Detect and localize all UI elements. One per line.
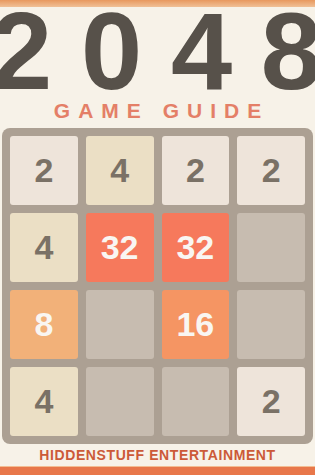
tile-32: 32 [162, 213, 230, 282]
tile-4: 4 [86, 136, 154, 205]
empty-cell [162, 367, 230, 436]
publisher-name: HIDDENSTUFF ENTERTAINMENT [0, 446, 315, 464]
tile-2: 2 [237, 136, 305, 205]
empty-cell [86, 367, 154, 436]
board-grid: 24224323281642 [2, 128, 313, 444]
title-digit: 4 [171, 0, 232, 106]
title-digit: 8 [261, 0, 315, 106]
tile-4: 4 [10, 213, 78, 282]
cover-subtitle: GAME GUIDE [0, 99, 315, 123]
empty-cell [86, 290, 154, 359]
title-digit: 0 [81, 0, 142, 106]
tile-2: 2 [10, 136, 78, 205]
bottom-accent-bar [0, 466, 315, 475]
tile-32: 32 [86, 213, 154, 282]
tile-16: 16 [162, 290, 230, 359]
tile-2: 2 [162, 136, 230, 205]
title-digit: 2 [0, 0, 52, 106]
empty-cell [237, 213, 305, 282]
cover-title: 2048 [0, 0, 315, 106]
tile-2: 2 [237, 367, 305, 436]
empty-cell [237, 290, 305, 359]
tile-8: 8 [10, 290, 78, 359]
tile-4: 4 [10, 367, 78, 436]
book-cover: 2048 GAME GUIDE 24224323281642 HIDDENSTU… [0, 0, 315, 475]
